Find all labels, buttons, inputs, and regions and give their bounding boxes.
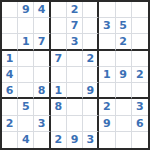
cell-r2c5[interactable]: 7 bbox=[67, 18, 83, 34]
cell-r9c4[interactable]: 2 bbox=[51, 132, 67, 148]
cell-r1c5[interactable]: 2 bbox=[67, 2, 83, 18]
cell-r4c6[interactable]: 2 bbox=[83, 51, 99, 67]
cell-r8c5[interactable] bbox=[67, 116, 83, 132]
cell-r3c6[interactable] bbox=[83, 34, 99, 50]
cell-r7c1[interactable] bbox=[2, 99, 18, 115]
cell-r6c5[interactable] bbox=[67, 83, 83, 99]
cell-r9c9[interactable] bbox=[132, 132, 148, 148]
cell-r4c3[interactable] bbox=[34, 51, 50, 67]
cell-r5c9[interactable]: 2 bbox=[132, 67, 148, 83]
cell-r8c4[interactable] bbox=[51, 116, 67, 132]
cell-r3c7[interactable] bbox=[99, 34, 115, 50]
cell-r5c6[interactable] bbox=[83, 67, 99, 83]
cell-r2c7[interactable]: 3 bbox=[99, 18, 115, 34]
cell-r6c4[interactable]: 1 bbox=[51, 83, 67, 99]
cell-r2c6[interactable] bbox=[83, 18, 99, 34]
cell-r3c8[interactable]: 2 bbox=[116, 34, 132, 50]
cell-r7c8[interactable] bbox=[116, 99, 132, 115]
cell-r7c9[interactable]: 3 bbox=[132, 99, 148, 115]
cell-r3c2[interactable]: 1 bbox=[18, 34, 34, 50]
cell-r7c6[interactable] bbox=[83, 99, 99, 115]
cell-r4c4[interactable]: 7 bbox=[51, 51, 67, 67]
cell-r1c7[interactable] bbox=[99, 2, 115, 18]
cell-r3c4[interactable] bbox=[51, 34, 67, 50]
cell-r7c4[interactable]: 8 bbox=[51, 99, 67, 115]
cell-r3c5[interactable]: 3 bbox=[67, 34, 83, 50]
cell-r1c3[interactable]: 4 bbox=[34, 2, 50, 18]
cell-r8c2[interactable] bbox=[18, 116, 34, 132]
cell-r6c6[interactable]: 9 bbox=[83, 83, 99, 99]
cell-r2c1[interactable] bbox=[2, 18, 18, 34]
cell-r9c8[interactable] bbox=[116, 132, 132, 148]
cell-r2c8[interactable]: 5 bbox=[116, 18, 132, 34]
cell-r1c8[interactable] bbox=[116, 2, 132, 18]
cell-r9c1[interactable] bbox=[2, 132, 18, 148]
cell-r5c8[interactable]: 9 bbox=[116, 67, 132, 83]
cell-r9c7[interactable] bbox=[99, 132, 115, 148]
cell-r5c2[interactable] bbox=[18, 67, 34, 83]
cell-r8c3[interactable]: 3 bbox=[34, 116, 50, 132]
cell-r7c3[interactable] bbox=[34, 99, 50, 115]
cell-r7c7[interactable]: 2 bbox=[99, 99, 115, 115]
cell-r6c9[interactable] bbox=[132, 83, 148, 99]
cell-r5c4[interactable] bbox=[51, 67, 67, 83]
cell-r7c5[interactable] bbox=[67, 99, 83, 115]
cell-r8c7[interactable]: 9 bbox=[99, 116, 115, 132]
cell-r4c8[interactable] bbox=[116, 51, 132, 67]
cell-r6c2[interactable] bbox=[18, 83, 34, 99]
cell-r1c2[interactable]: 9 bbox=[18, 2, 34, 18]
cell-r8c1[interactable]: 2 bbox=[2, 116, 18, 132]
cell-r7c2[interactable]: 5 bbox=[18, 99, 34, 115]
cell-r2c4[interactable] bbox=[51, 18, 67, 34]
cell-r2c2[interactable] bbox=[18, 18, 34, 34]
cell-r6c8[interactable] bbox=[116, 83, 132, 99]
cell-r6c3[interactable]: 8 bbox=[34, 83, 50, 99]
cell-r6c1[interactable]: 6 bbox=[2, 83, 18, 99]
cell-r5c5[interactable] bbox=[67, 67, 83, 83]
cell-r5c7[interactable]: 1 bbox=[99, 67, 115, 83]
cell-r4c5[interactable] bbox=[67, 51, 83, 67]
cell-r4c9[interactable] bbox=[132, 51, 148, 67]
sudoku-board: 942735173217241926819582323964293 bbox=[0, 0, 150, 150]
cell-r8c8[interactable] bbox=[116, 116, 132, 132]
cell-r1c6[interactable] bbox=[83, 2, 99, 18]
cell-r9c6[interactable]: 3 bbox=[83, 132, 99, 148]
cell-r2c9[interactable] bbox=[132, 18, 148, 34]
cell-r9c3[interactable] bbox=[34, 132, 50, 148]
cell-r2c3[interactable] bbox=[34, 18, 50, 34]
cell-r8c9[interactable]: 6 bbox=[132, 116, 148, 132]
cell-r1c9[interactable] bbox=[132, 2, 148, 18]
cell-r9c5[interactable]: 9 bbox=[67, 132, 83, 148]
cell-r3c9[interactable] bbox=[132, 34, 148, 50]
cell-r6c7[interactable] bbox=[99, 83, 115, 99]
cell-r4c2[interactable] bbox=[18, 51, 34, 67]
cell-r8c6[interactable] bbox=[83, 116, 99, 132]
cell-r4c1[interactable]: 1 bbox=[2, 51, 18, 67]
cell-r4c7[interactable] bbox=[99, 51, 115, 67]
cell-r5c1[interactable]: 4 bbox=[2, 67, 18, 83]
cell-r9c2[interactable]: 4 bbox=[18, 132, 34, 148]
cell-r1c1[interactable] bbox=[2, 2, 18, 18]
cell-r1c4[interactable] bbox=[51, 2, 67, 18]
cell-r3c3[interactable]: 7 bbox=[34, 34, 50, 50]
cell-r3c1[interactable] bbox=[2, 34, 18, 50]
cell-r5c3[interactable] bbox=[34, 67, 50, 83]
